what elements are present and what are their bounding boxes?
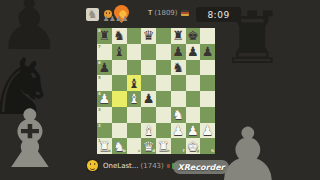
file-label-a: a <box>108 149 111 153</box>
square-d2[interactable]: ♝ <box>141 123 156 139</box>
square-c2[interactable] <box>127 123 142 139</box>
square-f5[interactable] <box>171 75 186 91</box>
black-bishop-b7[interactable]: ♝ <box>113 45 125 58</box>
pawn-silhouette-top-left: ♟ <box>0 0 61 60</box>
opponent-avatar[interactable]: ♞ <box>86 8 99 21</box>
square-g1[interactable]: ♚g <box>186 138 201 154</box>
white-knight-f3[interactable]: ♞ <box>172 108 184 121</box>
black-knight-f6[interactable]: ♞ <box>172 61 184 74</box>
white-bishop-c4[interactable]: ♝ <box>128 92 140 105</box>
square-g2[interactable]: ♟ <box>186 123 201 139</box>
rank-label-6: 6 <box>98 61 101 65</box>
square-b5[interactable] <box>112 75 127 91</box>
opponent-name[interactable]: T(1809) <box>148 9 189 17</box>
square-c7[interactable] <box>127 44 142 60</box>
opponent-clock: 8:09 <box>196 7 241 22</box>
square-g5[interactable] <box>186 75 201 91</box>
black-pawn-h7[interactable]: ♟ <box>202 45 214 58</box>
square-g3[interactable] <box>186 107 201 123</box>
file-label-h: h <box>211 149 214 153</box>
smiley-avatar-icon <box>87 160 98 171</box>
black-king-g8[interactable]: ♚ <box>187 29 199 42</box>
square-f2[interactable]: ♟ <box>171 123 186 139</box>
file-label-c: c <box>138 149 140 153</box>
square-h5[interactable] <box>200 75 215 91</box>
flag-stripe <box>181 14 189 16</box>
app-screen: ♟♞♝♜♟ ♞ T(1809) ♟♟♟♟ 8:09 ♜8♞♛♜♚7♝♟♟♟♟6♞… <box>0 0 320 180</box>
opponent-name-text: T <box>148 9 152 17</box>
square-h7[interactable]: ♟ <box>200 44 215 60</box>
rank-label-5: 5 <box>98 76 101 80</box>
rank-label-3: 3 <box>98 108 101 112</box>
square-h6[interactable] <box>200 60 215 76</box>
square-a7[interactable]: 7 <box>97 44 112 60</box>
square-c6[interactable] <box>127 60 142 76</box>
streak-icon <box>167 164 170 168</box>
square-a1[interactable]: ♜1a <box>97 138 112 154</box>
square-a4[interactable]: ♟4 <box>97 91 112 107</box>
square-c8[interactable] <box>127 28 142 44</box>
square-c5[interactable]: ♝ <box>127 75 142 91</box>
square-g4[interactable] <box>186 91 201 107</box>
square-e7[interactable] <box>156 44 171 60</box>
white-pawn-f2[interactable]: ♟ <box>172 124 184 137</box>
rank-label-4: 4 <box>98 92 101 96</box>
square-f3[interactable]: ♞ <box>171 107 186 123</box>
square-g6[interactable] <box>186 60 201 76</box>
player-name[interactable]: OneLast...(1743) <box>103 162 180 170</box>
rank-label-2: 2 <box>98 124 101 128</box>
square-e2[interactable] <box>156 123 171 139</box>
white-pawn-h2[interactable]: ♟ <box>202 124 214 137</box>
opponent-clock-time: 8:09 <box>207 10 229 20</box>
square-h1[interactable]: h <box>200 138 215 154</box>
square-d1[interactable]: ♛d <box>141 138 156 154</box>
black-queen-d8[interactable]: ♛ <box>143 29 155 42</box>
square-b8[interactable]: ♞ <box>112 28 127 44</box>
square-e5[interactable] <box>156 75 171 91</box>
square-b7[interactable]: ♝ <box>112 44 127 60</box>
square-a8[interactable]: ♜8 <box>97 28 112 44</box>
square-f7[interactable]: ♟ <box>171 44 186 60</box>
square-h2[interactable]: ♟ <box>200 123 215 139</box>
square-h4[interactable] <box>200 91 215 107</box>
knight-silhouette-mid-left: ♞ <box>0 48 56 126</box>
square-b3[interactable] <box>112 107 127 123</box>
rank-label-8: 8 <box>98 29 101 33</box>
chess-board[interactable]: ♜8♞♛♜♚7♝♟♟♟♟6♞5♝♟4♝♟3♞2♝♟♟♟♜1a♞bc♛d♜ef♚g… <box>97 28 215 154</box>
black-pawn-f7[interactable]: ♟ <box>172 45 184 58</box>
square-d6[interactable] <box>141 60 156 76</box>
avatar-piece-icon: ♞ <box>88 8 98 21</box>
square-f6[interactable]: ♞ <box>171 60 186 76</box>
file-label-g: g <box>196 149 199 153</box>
black-rook-f8[interactable]: ♜ <box>172 29 184 42</box>
square-d4[interactable]: ♟ <box>141 91 156 107</box>
square-e3[interactable] <box>156 107 171 123</box>
white-pawn-g2[interactable]: ♟ <box>187 124 199 137</box>
file-label-d: d <box>152 149 155 153</box>
square-b2[interactable] <box>112 123 127 139</box>
player-avatar[interactable] <box>86 159 99 172</box>
bishop-silhouette-bottom-left: ♝ <box>0 100 66 180</box>
square-c1[interactable]: c <box>127 138 142 154</box>
square-d8[interactable]: ♛ <box>141 28 156 44</box>
square-b4[interactable] <box>112 91 127 107</box>
square-c4[interactable]: ♝ <box>127 91 142 107</box>
black-pawn-g7[interactable]: ♟ <box>187 45 199 58</box>
captured-pawn-icon: ♟ <box>122 16 128 23</box>
white-bishop-d2[interactable]: ♝ <box>143 124 155 137</box>
opponent-country-flag-icon <box>181 10 189 16</box>
square-f1[interactable]: f <box>171 138 186 154</box>
square-a2[interactable]: 2 <box>97 123 112 139</box>
rank-label-7: 7 <box>98 45 101 49</box>
square-b1[interactable]: ♞b <box>112 138 127 154</box>
file-label-e: e <box>167 149 170 153</box>
xrecorder-label: XRecorder <box>177 163 224 172</box>
square-f8[interactable]: ♜ <box>171 28 186 44</box>
square-f4[interactable] <box>171 91 186 107</box>
square-g7[interactable]: ♟ <box>186 44 201 60</box>
square-e1[interactable]: ♜e <box>156 138 171 154</box>
black-pawn-d4[interactable]: ♟ <box>143 92 155 105</box>
square-h8[interactable] <box>200 28 215 44</box>
square-e4[interactable] <box>156 91 171 107</box>
square-e8[interactable] <box>156 28 171 44</box>
player-rating: (1743) <box>141 162 164 170</box>
square-a5[interactable]: 5 <box>97 75 112 91</box>
square-d3[interactable] <box>141 107 156 123</box>
square-b6[interactable] <box>112 60 127 76</box>
square-a6[interactable]: ♟6 <box>97 60 112 76</box>
rank-label-1: 1 <box>98 139 101 143</box>
black-knight-b8[interactable]: ♞ <box>113 29 125 42</box>
xrecorder-watermark: XRecorder <box>173 160 229 174</box>
player-name-text: OneLast... <box>103 162 139 170</box>
square-c3[interactable] <box>127 107 142 123</box>
file-label-b: b <box>123 149 126 153</box>
square-a3[interactable]: 3 <box>97 107 112 123</box>
square-e6[interactable] <box>156 60 171 76</box>
square-d5[interactable] <box>141 75 156 91</box>
opponent-rating: (1809) <box>154 9 177 17</box>
square-d7[interactable] <box>141 44 156 60</box>
square-g8[interactable]: ♚ <box>186 28 201 44</box>
black-bishop-c5[interactable]: ♝ <box>128 77 140 90</box>
captured-pieces-row: ♟♟♟♟ <box>103 16 128 23</box>
file-label-f: f <box>183 149 185 153</box>
square-h3[interactable] <box>200 107 215 123</box>
